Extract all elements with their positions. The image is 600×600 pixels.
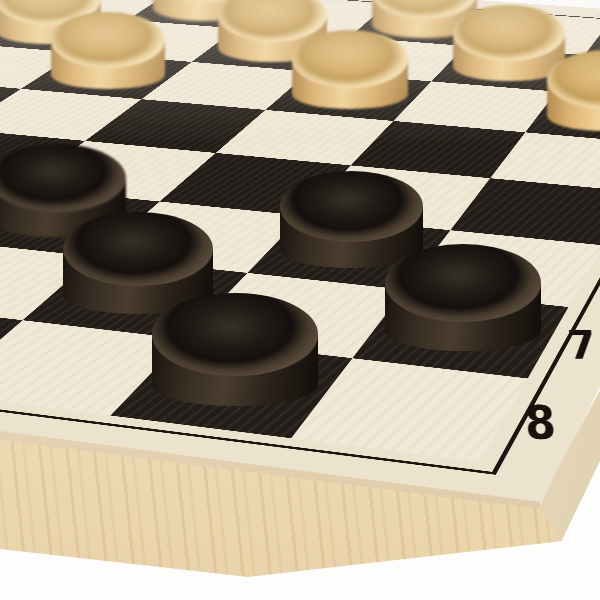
- piece-white-c3[interactable]: [292, 30, 409, 109]
- piece-black-a7[interactable]: [385, 244, 541, 350]
- piece-dish-top: [292, 30, 409, 88]
- piece-dish-top: [385, 244, 541, 322]
- piece-white-e3[interactable]: [51, 12, 164, 89]
- piece-dish-top: [152, 293, 317, 375]
- piece-white-a3[interactable]: [547, 50, 600, 132]
- piece-dish-top: [280, 171, 423, 242]
- piece-layer: [0, 0, 600, 600]
- photo-scene: 8 7: [0, 0, 600, 600]
- piece-dish-top: [51, 12, 164, 68]
- piece-black-b8[interactable]: [152, 293, 317, 405]
- piece-dish-top: [63, 212, 213, 287]
